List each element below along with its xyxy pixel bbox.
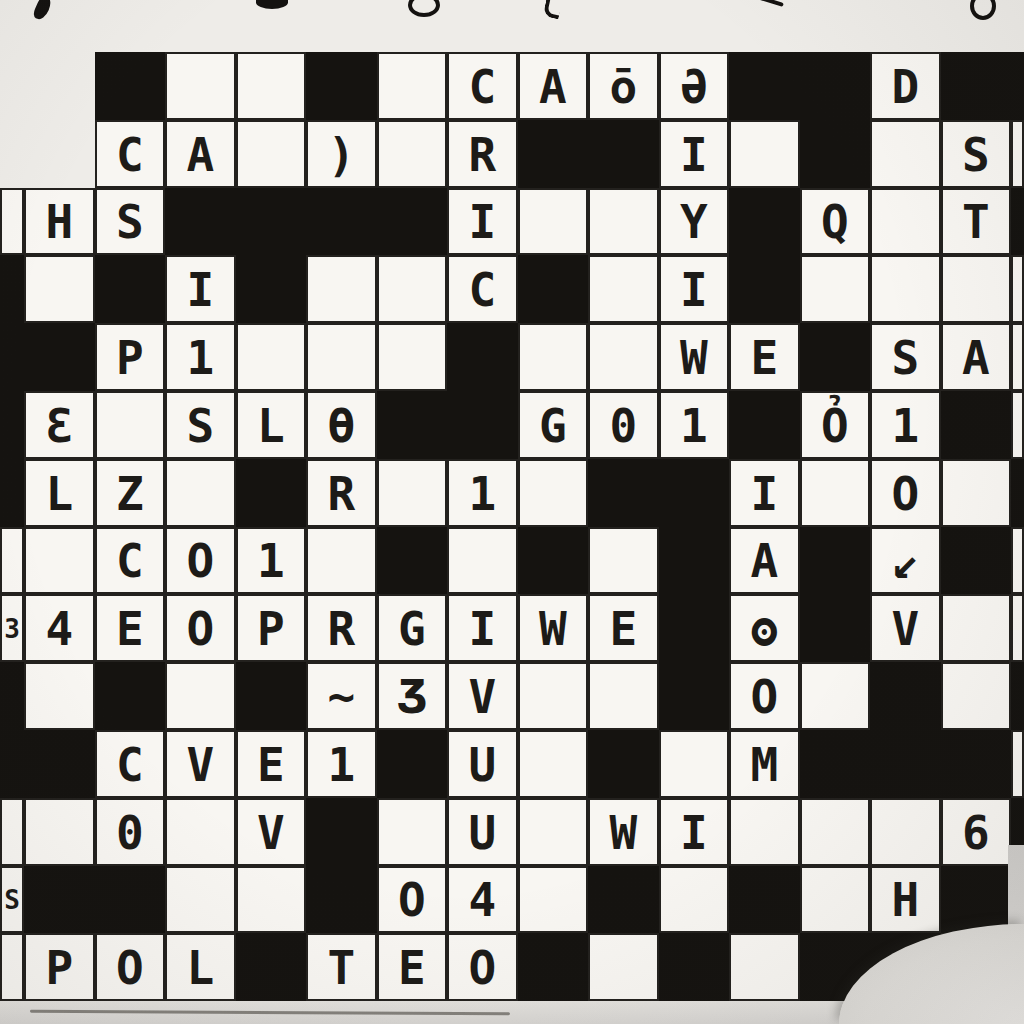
cell-r1c12 bbox=[800, 52, 871, 120]
cell-r6c6 bbox=[377, 391, 448, 459]
cell-r13c6[interactable]: O bbox=[377, 866, 448, 934]
cell-r13c12[interactable] bbox=[800, 866, 871, 934]
stray-mark-hook bbox=[543, 0, 564, 19]
cell-r7c14[interactable] bbox=[941, 459, 1012, 527]
cell-letter: C bbox=[116, 742, 144, 788]
cell-r3c3 bbox=[165, 188, 236, 256]
cell-r8c7[interactable] bbox=[447, 527, 518, 595]
cell-r1c7[interactable]: C bbox=[447, 52, 518, 120]
cell-r2c4[interactable] bbox=[236, 120, 307, 188]
cell-r13c3[interactable] bbox=[165, 866, 236, 934]
cell-r6c14 bbox=[941, 391, 1012, 459]
cell-r1c10[interactable]: Ə bbox=[659, 52, 730, 120]
cell-r8c13[interactable]: ↙ bbox=[870, 527, 941, 595]
cell-r6c13[interactable]: 1 bbox=[870, 391, 941, 459]
cell-letter: Z bbox=[116, 471, 144, 517]
cell-r14c7[interactable]: O bbox=[447, 933, 518, 1001]
cell-letter: S bbox=[4, 887, 20, 913]
cell-r10c7[interactable]: V bbox=[447, 662, 518, 730]
cell-r13c11 bbox=[729, 866, 800, 934]
cell-r9c8[interactable]: W bbox=[518, 594, 589, 662]
cell-letter: V bbox=[257, 810, 285, 856]
cell-r5c15[interactable] bbox=[1011, 323, 1024, 391]
cell-r3c4 bbox=[236, 188, 307, 256]
cell-r5c10[interactable]: W bbox=[659, 323, 730, 391]
cell-r1c0 bbox=[0, 52, 24, 120]
cell-letter: W bbox=[539, 606, 567, 652]
cell-r8c9[interactable] bbox=[588, 527, 659, 595]
cell-letter: 1 bbox=[186, 335, 214, 381]
cell-r2c12 bbox=[800, 120, 871, 188]
cell-r9c0[interactable]: 3 bbox=[0, 594, 24, 662]
cell-r1c15 bbox=[1011, 52, 1024, 120]
cell-r1c8[interactable]: A bbox=[518, 52, 589, 120]
cell-letter: S bbox=[116, 199, 144, 245]
cell-letter: 0 bbox=[609, 403, 637, 449]
cell-r9c11[interactable]: ʘ bbox=[729, 594, 800, 662]
cell-r9c7[interactable]: I bbox=[447, 594, 518, 662]
cell-r2c13[interactable] bbox=[870, 120, 941, 188]
cell-r6c0 bbox=[0, 391, 24, 459]
cell-letter: G bbox=[539, 403, 567, 449]
crossword-photo: CAōƏDCA)RISHSIYQTICIP1WESAƐSLƟG01Ỏ1LZR1I… bbox=[0, 0, 1024, 1024]
cell-r11c10[interactable] bbox=[659, 730, 730, 798]
cell-r13c1 bbox=[24, 866, 95, 934]
cell-letter: O bbox=[186, 606, 214, 652]
cell-r9c10 bbox=[659, 594, 730, 662]
cell-r7c3[interactable] bbox=[165, 459, 236, 527]
cell-r14c8 bbox=[518, 933, 589, 1001]
stray-mark-slash bbox=[750, 0, 784, 7]
cell-r9c15[interactable] bbox=[1011, 594, 1024, 662]
cell-r2c6[interactable] bbox=[377, 120, 448, 188]
cell-r2c15[interactable] bbox=[1011, 120, 1024, 188]
cell-r9c14[interactable] bbox=[941, 594, 1012, 662]
cell-r5c0 bbox=[0, 323, 24, 391]
cell-r6c2[interactable] bbox=[95, 391, 166, 459]
cell-r5c14[interactable]: A bbox=[941, 323, 1012, 391]
cell-r6c9[interactable]: 0 bbox=[588, 391, 659, 459]
cell-letter: Ỏ bbox=[821, 403, 849, 449]
stray-mark-arc bbox=[408, 0, 440, 17]
cell-r3c6 bbox=[377, 188, 448, 256]
cell-r4c15[interactable] bbox=[1011, 255, 1024, 323]
cell-r9c9[interactable]: E bbox=[588, 594, 659, 662]
cell-letter: ) bbox=[327, 132, 355, 178]
cell-r11c0 bbox=[0, 730, 24, 798]
cell-letter: S bbox=[962, 132, 990, 178]
cell-r12c2[interactable]: 0 bbox=[95, 798, 166, 866]
cell-letter: D bbox=[891, 64, 919, 110]
cell-letter: E bbox=[750, 335, 778, 381]
cell-r4c7[interactable]: C bbox=[447, 255, 518, 323]
cell-r1c13[interactable]: D bbox=[870, 52, 941, 120]
cell-letter: 4 bbox=[45, 606, 73, 652]
cell-r5c4[interactable] bbox=[236, 323, 307, 391]
cell-r3c9[interactable] bbox=[588, 188, 659, 256]
cell-r6c5[interactable]: Ɵ bbox=[306, 391, 377, 459]
cell-letter: A bbox=[750, 538, 778, 584]
cell-r12c9[interactable]: W bbox=[588, 798, 659, 866]
cell-r4c14[interactable] bbox=[941, 255, 1012, 323]
cell-letter: 1 bbox=[257, 538, 285, 584]
cell-r10c6[interactable]: Ʒ bbox=[377, 662, 448, 730]
cell-letter: E bbox=[398, 945, 426, 991]
cell-r2c8 bbox=[518, 120, 589, 188]
cell-letter: Ɵ bbox=[327, 403, 355, 449]
cell-r2c14[interactable]: S bbox=[941, 120, 1012, 188]
cell-r4c0 bbox=[0, 255, 24, 323]
cell-r4c2 bbox=[95, 255, 166, 323]
cell-r6c10[interactable]: 1 bbox=[659, 391, 730, 459]
cell-r12c7[interactable]: U bbox=[447, 798, 518, 866]
cell-r8c3[interactable]: O bbox=[165, 527, 236, 595]
cell-r9c13[interactable]: V bbox=[870, 594, 941, 662]
crossword-board: CAōƏDCA)RISHSIYQTICIP1WESAƐSLƟG01Ỏ1LZR1I… bbox=[0, 52, 1024, 1001]
cell-r1c2 bbox=[95, 52, 166, 120]
cell-r8c5[interactable] bbox=[306, 527, 377, 595]
cell-r9c2[interactable]: E bbox=[95, 594, 166, 662]
cell-r14c5[interactable]: T bbox=[306, 933, 377, 1001]
cell-r10c3[interactable] bbox=[165, 662, 236, 730]
cell-r2c10[interactable]: I bbox=[659, 120, 730, 188]
cell-letter: 1 bbox=[468, 471, 496, 517]
cell-r8c14 bbox=[941, 527, 1012, 595]
cell-r12c4[interactable]: V bbox=[236, 798, 307, 866]
cell-r14c11[interactable] bbox=[729, 933, 800, 1001]
cell-r6c4[interactable]: L bbox=[236, 391, 307, 459]
cell-r10c14[interactable] bbox=[941, 662, 1012, 730]
cell-r3c2[interactable]: S bbox=[95, 188, 166, 256]
cell-r4c4 bbox=[236, 255, 307, 323]
cell-r11c2[interactable]: C bbox=[95, 730, 166, 798]
cell-r11c4[interactable]: E bbox=[236, 730, 307, 798]
cell-r1c14 bbox=[941, 52, 1012, 120]
cell-letter: C bbox=[116, 538, 144, 584]
cell-r3c15 bbox=[1011, 188, 1024, 256]
cell-r9c6[interactable]: G bbox=[377, 594, 448, 662]
cell-r7c12[interactable] bbox=[800, 459, 871, 527]
cell-r13c2 bbox=[95, 866, 166, 934]
cell-letter: I bbox=[468, 199, 496, 245]
cell-letter: R bbox=[327, 606, 355, 652]
cell-r4c10[interactable]: I bbox=[659, 255, 730, 323]
cell-letter: Ə bbox=[680, 64, 708, 110]
cell-r6c3[interactable]: S bbox=[165, 391, 236, 459]
cell-r1c4[interactable] bbox=[236, 52, 307, 120]
cell-r7c11[interactable]: I bbox=[729, 459, 800, 527]
cell-letter: T bbox=[327, 945, 355, 991]
cell-r4c5[interactable] bbox=[306, 255, 377, 323]
cell-r8c0[interactable] bbox=[0, 527, 24, 595]
cell-letter: E bbox=[257, 742, 285, 788]
cell-r11c1 bbox=[24, 730, 95, 798]
cell-r13c10[interactable] bbox=[659, 866, 730, 934]
cell-letter: H bbox=[45, 199, 73, 245]
cell-letter: O bbox=[891, 471, 919, 517]
paper-fold-line bbox=[30, 1010, 510, 1016]
cell-letter: 4 bbox=[468, 877, 496, 923]
stray-mark-blob bbox=[256, 0, 288, 9]
cell-r13c14 bbox=[941, 866, 1012, 934]
cell-r7c4 bbox=[236, 459, 307, 527]
cell-letter: P bbox=[116, 335, 144, 381]
cell-r12c12[interactable] bbox=[800, 798, 871, 866]
cell-r11c14 bbox=[941, 730, 1012, 798]
cell-r3c14[interactable]: T bbox=[941, 188, 1012, 256]
stray-mark-curve bbox=[970, 0, 996, 20]
cell-r11c9 bbox=[588, 730, 659, 798]
cell-letter: P bbox=[257, 606, 285, 652]
cell-letter: I bbox=[680, 267, 708, 313]
cell-r2c9 bbox=[588, 120, 659, 188]
cell-r3c10[interactable]: Y bbox=[659, 188, 730, 256]
cell-r3c12[interactable]: Q bbox=[800, 188, 871, 256]
cell-r10c9[interactable] bbox=[588, 662, 659, 730]
cell-letter: H bbox=[891, 877, 919, 923]
cell-r14c10 bbox=[659, 933, 730, 1001]
cell-r10c2 bbox=[95, 662, 166, 730]
cell-r8c6 bbox=[377, 527, 448, 595]
cell-r11c7[interactable]: U bbox=[447, 730, 518, 798]
cell-letter: U bbox=[468, 742, 496, 788]
cell-r13c5 bbox=[306, 866, 377, 934]
cell-r10c12[interactable] bbox=[800, 662, 871, 730]
cell-letter: C bbox=[116, 132, 144, 178]
cell-letter: A bbox=[539, 64, 567, 110]
cell-r7c0 bbox=[0, 459, 24, 527]
cell-r2c11[interactable] bbox=[729, 120, 800, 188]
cell-r12c10[interactable]: I bbox=[659, 798, 730, 866]
cell-r9c12 bbox=[800, 594, 871, 662]
cell-r10c15 bbox=[1011, 662, 1024, 730]
cell-r10c5[interactable]: ~ bbox=[306, 662, 377, 730]
cell-r12c6[interactable] bbox=[377, 798, 448, 866]
cell-r7c13[interactable]: O bbox=[870, 459, 941, 527]
cell-letter: ʘ bbox=[750, 606, 778, 652]
cell-r10c10 bbox=[659, 662, 730, 730]
cell-r6c8[interactable]: G bbox=[518, 391, 589, 459]
cell-r3c11 bbox=[729, 188, 800, 256]
cell-r5c11[interactable]: E bbox=[729, 323, 800, 391]
cell-letter: O bbox=[398, 877, 426, 923]
cell-r11c15[interactable] bbox=[1011, 730, 1024, 798]
cell-r3c0[interactable] bbox=[0, 188, 24, 256]
cell-r11c8[interactable] bbox=[518, 730, 589, 798]
cell-r3c1[interactable]: H bbox=[24, 188, 95, 256]
cell-r9c3[interactable]: O bbox=[165, 594, 236, 662]
cell-r12c3[interactable] bbox=[165, 798, 236, 866]
cell-r4c8 bbox=[518, 255, 589, 323]
stray-mark-tick bbox=[32, 0, 54, 22]
cell-r7c10 bbox=[659, 459, 730, 527]
cell-letter: A bbox=[186, 132, 214, 178]
cell-r12c13[interactable] bbox=[870, 798, 941, 866]
cell-letter: P bbox=[45, 945, 73, 991]
cell-r3c7[interactable]: I bbox=[447, 188, 518, 256]
cell-letter: E bbox=[609, 606, 637, 652]
cell-r7c2[interactable]: Z bbox=[95, 459, 166, 527]
cell-letter: O bbox=[116, 945, 144, 991]
cell-letter: C bbox=[468, 267, 496, 313]
cell-r7c6[interactable] bbox=[377, 459, 448, 527]
cell-letter: 0 bbox=[116, 810, 144, 856]
cell-r7c15 bbox=[1011, 459, 1024, 527]
cell-r9c4[interactable]: P bbox=[236, 594, 307, 662]
cell-letter: W bbox=[680, 335, 708, 381]
cell-letter: U bbox=[468, 810, 496, 856]
cell-letter: T bbox=[962, 199, 990, 245]
cell-r2c3[interactable]: A bbox=[165, 120, 236, 188]
cell-r13c4[interactable] bbox=[236, 866, 307, 934]
cell-letter: Ʒ bbox=[398, 674, 426, 720]
cell-r10c4 bbox=[236, 662, 307, 730]
cell-r9c5[interactable]: R bbox=[306, 594, 377, 662]
cell-r14c9[interactable] bbox=[588, 933, 659, 1001]
cell-r14c3[interactable]: L bbox=[165, 933, 236, 1001]
cell-r8c11[interactable]: A bbox=[729, 527, 800, 595]
cell-letter: E bbox=[116, 606, 144, 652]
cell-r8c4[interactable]: 1 bbox=[236, 527, 307, 595]
cell-r11c6 bbox=[377, 730, 448, 798]
cell-r6c11 bbox=[729, 391, 800, 459]
cell-r2c2[interactable]: C bbox=[95, 120, 166, 188]
cell-r9c1[interactable]: 4 bbox=[24, 594, 95, 662]
cell-r14c6[interactable]: E bbox=[377, 933, 448, 1001]
cell-letter: Ɛ bbox=[45, 403, 73, 449]
cell-letter: I bbox=[750, 471, 778, 517]
cell-r7c7[interactable]: 1 bbox=[447, 459, 518, 527]
cell-r3c5 bbox=[306, 188, 377, 256]
cell-r10c11[interactable]: O bbox=[729, 662, 800, 730]
cell-r2c7[interactable]: R bbox=[447, 120, 518, 188]
cell-r8c12 bbox=[800, 527, 871, 595]
cell-r13c9 bbox=[588, 866, 659, 934]
cell-r11c3[interactable]: V bbox=[165, 730, 236, 798]
cell-r3c13[interactable] bbox=[870, 188, 941, 256]
cell-letter: O bbox=[750, 674, 778, 720]
cell-r12c14[interactable]: 6 bbox=[941, 798, 1012, 866]
cell-letter: ↙ bbox=[891, 538, 919, 584]
cell-r11c13 bbox=[870, 730, 941, 798]
cell-r4c3[interactable]: I bbox=[165, 255, 236, 323]
cell-letter: 1 bbox=[680, 403, 708, 449]
cell-r11c11[interactable]: M bbox=[729, 730, 800, 798]
cell-letter: O bbox=[186, 538, 214, 584]
cell-r10c8[interactable] bbox=[518, 662, 589, 730]
cell-letter: ō bbox=[609, 64, 637, 110]
cell-r6c1[interactable]: Ɛ bbox=[24, 391, 95, 459]
cell-r7c8[interactable] bbox=[518, 459, 589, 527]
cell-r4c13[interactable] bbox=[870, 255, 941, 323]
cell-letter: 6 bbox=[962, 810, 990, 856]
cell-r1c6[interactable] bbox=[377, 52, 448, 120]
cell-r12c11[interactable] bbox=[729, 798, 800, 866]
cell-r11c5[interactable]: 1 bbox=[306, 730, 377, 798]
cell-letter: V bbox=[468, 674, 496, 720]
cell-r5c2[interactable]: P bbox=[95, 323, 166, 391]
cell-r8c2[interactable]: C bbox=[95, 527, 166, 595]
cell-letter: G bbox=[398, 606, 426, 652]
cell-r13c8[interactable] bbox=[518, 866, 589, 934]
cell-r4c6[interactable] bbox=[377, 255, 448, 323]
cell-letter: L bbox=[257, 403, 285, 449]
cell-r14c4 bbox=[236, 933, 307, 1001]
cell-r1c3[interactable] bbox=[165, 52, 236, 120]
cell-r5c5[interactable] bbox=[306, 323, 377, 391]
cell-r14c0[interactable] bbox=[0, 933, 24, 1001]
cell-r6c7 bbox=[447, 391, 518, 459]
cell-r7c9 bbox=[588, 459, 659, 527]
cell-r1c11 bbox=[729, 52, 800, 120]
cell-r3c8[interactable] bbox=[518, 188, 589, 256]
cell-r5c9[interactable] bbox=[588, 323, 659, 391]
cell-letter: R bbox=[468, 132, 496, 178]
cell-r2c1 bbox=[24, 120, 95, 188]
cell-r5c8[interactable] bbox=[518, 323, 589, 391]
cell-letter: Q bbox=[821, 199, 849, 245]
cell-letter: O bbox=[468, 945, 496, 991]
cell-r14c1[interactable]: P bbox=[24, 933, 95, 1001]
cell-letter: S bbox=[186, 403, 214, 449]
cell-letter: I bbox=[468, 606, 496, 652]
cell-r13c13[interactable]: H bbox=[870, 866, 941, 934]
cell-r12c1[interactable] bbox=[24, 798, 95, 866]
cell-r2c0 bbox=[0, 120, 24, 188]
cell-r5c13[interactable]: S bbox=[870, 323, 941, 391]
cell-r6c15[interactable] bbox=[1011, 391, 1024, 459]
cell-letter: V bbox=[891, 606, 919, 652]
cell-r1c1 bbox=[24, 52, 95, 120]
cell-letter: 3 bbox=[4, 616, 20, 642]
cell-letter: ~ bbox=[327, 674, 355, 720]
cell-letter: R bbox=[327, 471, 355, 517]
cell-r5c3[interactable]: 1 bbox=[165, 323, 236, 391]
cell-r6c12[interactable]: Ỏ bbox=[800, 391, 871, 459]
cell-r13c0[interactable]: S bbox=[0, 866, 24, 934]
cell-r10c13 bbox=[870, 662, 941, 730]
cell-r4c12[interactable] bbox=[800, 255, 871, 323]
cell-r8c15[interactable] bbox=[1011, 527, 1024, 595]
cell-r7c5[interactable]: R bbox=[306, 459, 377, 527]
cell-r8c8 bbox=[518, 527, 589, 595]
cell-r14c2[interactable]: O bbox=[95, 933, 166, 1001]
cell-r2c5[interactable]: ) bbox=[306, 120, 377, 188]
cell-r10c0 bbox=[0, 662, 24, 730]
cell-r5c6[interactable] bbox=[377, 323, 448, 391]
cell-r11c12 bbox=[800, 730, 871, 798]
cell-r4c1[interactable] bbox=[24, 255, 95, 323]
cell-letter: A bbox=[962, 335, 990, 381]
cell-r13c7[interactable]: 4 bbox=[447, 866, 518, 934]
cell-r12c0[interactable] bbox=[0, 798, 24, 866]
cell-letter: I bbox=[186, 267, 214, 313]
cell-r4c9[interactable] bbox=[588, 255, 659, 323]
cell-r12c8[interactable] bbox=[518, 798, 589, 866]
cell-r1c9[interactable]: ō bbox=[588, 52, 659, 120]
cell-letter: C bbox=[468, 64, 496, 110]
cell-r5c12 bbox=[800, 323, 871, 391]
cell-letter: L bbox=[186, 945, 214, 991]
cell-r5c1 bbox=[24, 323, 95, 391]
cell-r8c10 bbox=[659, 527, 730, 595]
cell-letter: 1 bbox=[891, 403, 919, 449]
cell-r10c1[interactable] bbox=[24, 662, 95, 730]
cell-r8c1[interactable] bbox=[24, 527, 95, 595]
cell-letter: I bbox=[680, 132, 708, 178]
cell-r7c1[interactable]: L bbox=[24, 459, 95, 527]
cell-letter: Y bbox=[680, 199, 708, 245]
